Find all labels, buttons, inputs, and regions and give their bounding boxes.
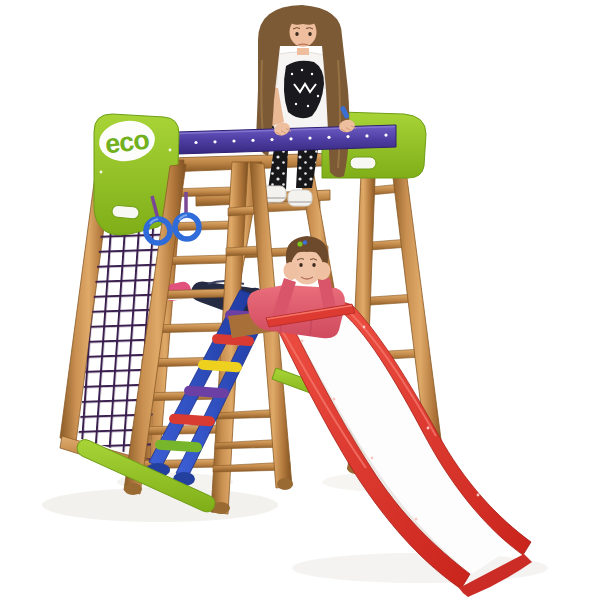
product-photo: eco: [0, 0, 600, 600]
left-panel-handle-slot: [112, 205, 140, 219]
right-panel-handle-slot: [350, 157, 376, 169]
girl-standing: [256, 5, 349, 206]
eco-logo-text: eco: [103, 124, 150, 159]
hair-clip: [297, 241, 302, 246]
play-complex-scene: eco: [0, 0, 600, 600]
girl-standing-face: [289, 14, 317, 56]
slide: [270, 301, 532, 597]
